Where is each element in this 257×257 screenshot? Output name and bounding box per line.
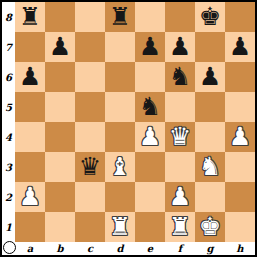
square-c7[interactable] (75, 32, 105, 62)
square-e5[interactable]: ♞ (135, 92, 165, 122)
piece-white-pawn-h4: ♟ (225, 122, 255, 152)
piece-white-bishop-d3: ♝ (105, 152, 135, 182)
rank-label-3: 3 (2, 152, 15, 182)
square-d1[interactable]: ♜ (105, 212, 135, 242)
square-a6[interactable]: ♟ (15, 62, 45, 92)
piece-white-queen-f4: ♛ (165, 122, 195, 152)
chess-board: 8♜♜♚7♟♟♟♟6♟♞♟5♞4♟♛♟3♛♝♞2♟♟1♜♜♚abcdefgh (2, 2, 255, 255)
square-c2[interactable] (75, 182, 105, 212)
piece-black-rook-a8: ♜ (15, 2, 45, 32)
square-g4[interactable] (195, 122, 225, 152)
square-h7[interactable]: ♟ (225, 32, 255, 62)
piece-white-knight-g3: ♞ (195, 152, 225, 182)
square-e8[interactable] (135, 2, 165, 32)
square-g3[interactable]: ♞ (195, 152, 225, 182)
square-g2[interactable] (195, 182, 225, 212)
square-b1[interactable] (45, 212, 75, 242)
file-label-a: a (15, 242, 45, 255)
square-b2[interactable] (45, 182, 75, 212)
square-f6[interactable]: ♞ (165, 62, 195, 92)
square-e1[interactable] (135, 212, 165, 242)
file-label-h: h (225, 242, 255, 255)
square-d7[interactable] (105, 32, 135, 62)
square-g7[interactable] (195, 32, 225, 62)
chess-board-frame: 8♜♜♚7♟♟♟♟6♟♞♟5♞4♟♛♟3♛♝♞2♟♟1♜♜♚abcdefgh (0, 0, 257, 257)
square-h8[interactable] (225, 2, 255, 32)
piece-black-pawn-f7: ♟ (165, 32, 195, 62)
square-a7[interactable] (15, 32, 45, 62)
square-f3[interactable] (165, 152, 195, 182)
square-a2[interactable]: ♟ (15, 182, 45, 212)
square-d4[interactable] (105, 122, 135, 152)
square-d3[interactable]: ♝ (105, 152, 135, 182)
square-h4[interactable]: ♟ (225, 122, 255, 152)
file-label-d: d (105, 242, 135, 255)
square-b4[interactable] (45, 122, 75, 152)
square-d8[interactable]: ♜ (105, 2, 135, 32)
piece-white-pawn-f2: ♟ (165, 182, 195, 212)
square-h3[interactable] (225, 152, 255, 182)
square-h6[interactable] (225, 62, 255, 92)
square-f5[interactable] (165, 92, 195, 122)
rank-label-7: 7 (2, 32, 15, 62)
square-e2[interactable] (135, 182, 165, 212)
file-label-g: g (195, 242, 225, 255)
square-c8[interactable] (75, 2, 105, 32)
rank-label-6: 6 (2, 62, 15, 92)
square-c5[interactable] (75, 92, 105, 122)
square-h5[interactable] (225, 92, 255, 122)
square-g8[interactable]: ♚ (195, 2, 225, 32)
rank-label-4: 4 (2, 122, 15, 152)
piece-black-queen-c3: ♛ (75, 152, 105, 182)
piece-black-pawn-a6: ♟ (15, 62, 45, 92)
file-label-c: c (75, 242, 105, 255)
square-c4[interactable] (75, 122, 105, 152)
square-c3[interactable]: ♛ (75, 152, 105, 182)
rank-label-5: 5 (2, 92, 15, 122)
square-e7[interactable]: ♟ (135, 32, 165, 62)
rank-label-8: 8 (2, 2, 15, 32)
square-d5[interactable] (105, 92, 135, 122)
square-g6[interactable]: ♟ (195, 62, 225, 92)
square-b3[interactable] (45, 152, 75, 182)
square-f8[interactable] (165, 2, 195, 32)
square-b8[interactable] (45, 2, 75, 32)
square-a4[interactable] (15, 122, 45, 152)
piece-black-pawn-h7: ♟ (225, 32, 255, 62)
square-a8[interactable]: ♜ (15, 2, 45, 32)
rank-label-1: 1 (2, 212, 15, 242)
square-h1[interactable] (225, 212, 255, 242)
piece-black-king-g8: ♚ (195, 2, 225, 32)
piece-white-pawn-a2: ♟ (15, 182, 45, 212)
piece-black-pawn-b7: ♟ (45, 32, 75, 62)
piece-white-rook-f1: ♜ (165, 212, 195, 242)
square-a5[interactable] (15, 92, 45, 122)
piece-black-pawn-e7: ♟ (135, 32, 165, 62)
square-c1[interactable] (75, 212, 105, 242)
piece-white-rook-d1: ♜ (105, 212, 135, 242)
file-label-f: f (165, 242, 195, 255)
piece-black-knight-f6: ♞ (165, 62, 195, 92)
square-e3[interactable] (135, 152, 165, 182)
file-label-b: b (45, 242, 75, 255)
square-d2[interactable] (105, 182, 135, 212)
file-label-e: e (135, 242, 165, 255)
square-a1[interactable] (15, 212, 45, 242)
piece-black-rook-d8: ♜ (105, 2, 135, 32)
square-f4[interactable]: ♛ (165, 122, 195, 152)
piece-white-king-g1: ♚ (195, 212, 225, 242)
square-g5[interactable] (195, 92, 225, 122)
square-f1[interactable]: ♜ (165, 212, 195, 242)
white-to-move-indicator (3, 241, 16, 254)
piece-black-knight-e5: ♞ (135, 92, 165, 122)
square-f7[interactable]: ♟ (165, 32, 195, 62)
square-b5[interactable] (45, 92, 75, 122)
square-f2[interactable]: ♟ (165, 182, 195, 212)
square-g1[interactable]: ♚ (195, 212, 225, 242)
piece-black-pawn-g6: ♟ (195, 62, 225, 92)
square-d6[interactable] (105, 62, 135, 92)
square-a3[interactable] (15, 152, 45, 182)
square-h2[interactable] (225, 182, 255, 212)
square-c6[interactable] (75, 62, 105, 92)
square-b7[interactable]: ♟ (45, 32, 75, 62)
square-e4[interactable]: ♟ (135, 122, 165, 152)
piece-white-pawn-e4: ♟ (135, 122, 165, 152)
rank-label-2: 2 (2, 182, 15, 212)
square-b6[interactable] (45, 62, 75, 92)
square-e6[interactable] (135, 62, 165, 92)
